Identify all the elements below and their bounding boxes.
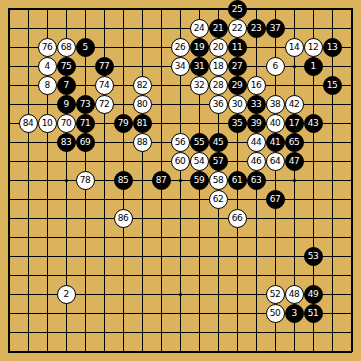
- stone-move-number: 15: [327, 81, 337, 90]
- stone-move-number: 85: [118, 176, 128, 185]
- black-stone-61[interactable]: 61: [228, 171, 247, 190]
- stone-move-number: 34: [175, 62, 185, 71]
- black-stone-75[interactable]: 75: [57, 57, 76, 76]
- white-stone-36[interactable]: 36: [209, 95, 228, 114]
- star-point-dot: [179, 179, 182, 182]
- star-point-dot: [179, 293, 182, 296]
- stone-move-number: 69: [80, 138, 90, 147]
- stone-move-number: 37: [270, 24, 280, 33]
- stone-move-number: 27: [232, 62, 242, 71]
- black-stone-9[interactable]: 9: [57, 95, 76, 114]
- white-stone-70[interactable]: 70: [57, 114, 76, 133]
- white-stone-50[interactable]: 50: [266, 304, 285, 323]
- black-stone-55[interactable]: 55: [190, 133, 209, 152]
- white-stone-78[interactable]: 78: [76, 171, 95, 190]
- black-stone-1[interactable]: 1: [304, 57, 323, 76]
- stone-move-number: 50: [270, 309, 280, 318]
- black-stone-7[interactable]: 7: [57, 76, 76, 95]
- white-stone-38[interactable]: 38: [266, 95, 285, 114]
- white-stone-6[interactable]: 6: [266, 57, 285, 76]
- white-stone-56[interactable]: 56: [171, 133, 190, 152]
- black-stone-57[interactable]: 57: [209, 152, 228, 171]
- stone-move-number: 41: [270, 138, 280, 147]
- stone-move-number: 49: [308, 290, 318, 299]
- stone-move-number: 26: [175, 43, 185, 52]
- black-stone-39[interactable]: 39: [247, 114, 266, 133]
- black-stone-77[interactable]: 77: [95, 57, 114, 76]
- star-point-dot: [65, 179, 68, 182]
- black-stone-67[interactable]: 67: [266, 190, 285, 209]
- black-stone-51[interactable]: 51: [304, 304, 323, 323]
- stone-move-number: 2: [63, 290, 68, 299]
- black-stone-47[interactable]: 47: [285, 152, 304, 171]
- white-stone-80[interactable]: 80: [133, 95, 152, 114]
- star-point-dot: [293, 65, 296, 68]
- black-stone-59[interactable]: 59: [190, 171, 209, 190]
- stone-move-number: 75: [61, 62, 71, 71]
- black-stone-85[interactable]: 85: [114, 171, 133, 190]
- stone-move-number: 80: [137, 100, 147, 109]
- star-point: [171, 171, 190, 190]
- stone-move-number: 74: [99, 81, 109, 90]
- stone-move-number: 14: [289, 43, 299, 52]
- white-stone-68[interactable]: 68: [57, 38, 76, 57]
- white-stone-48[interactable]: 48: [285, 285, 304, 304]
- black-stone-15[interactable]: 15: [323, 76, 342, 95]
- black-stone-53[interactable]: 53: [304, 247, 323, 266]
- stone-move-number: 56: [175, 138, 185, 147]
- black-stone-27[interactable]: 27: [228, 57, 247, 76]
- white-stone-58[interactable]: 58: [209, 171, 228, 190]
- black-stone-41[interactable]: 41: [266, 133, 285, 152]
- black-stone-45[interactable]: 45: [209, 133, 228, 152]
- black-stone-33[interactable]: 33: [247, 95, 266, 114]
- black-stone-83[interactable]: 83: [57, 133, 76, 152]
- black-stone-43[interactable]: 43: [304, 114, 323, 133]
- star-point-dot: [293, 179, 296, 182]
- stone-move-number: 33: [251, 100, 261, 109]
- black-stone-87[interactable]: 87: [152, 171, 171, 190]
- white-stone-42[interactable]: 42: [285, 95, 304, 114]
- stone-move-number: 13: [327, 43, 337, 52]
- stone-move-number: 76: [42, 43, 52, 52]
- stone-move-number: 17: [289, 119, 299, 128]
- black-stone-81[interactable]: 81: [133, 114, 152, 133]
- stone-move-number: 77: [99, 62, 109, 71]
- stone-move-number: 64: [270, 157, 280, 166]
- stone-move-number: 88: [137, 138, 147, 147]
- stone-move-number: 24: [194, 24, 204, 33]
- stone-move-number: 60: [175, 157, 185, 166]
- stone-move-number: 25: [232, 5, 242, 14]
- stone-move-number: 39: [251, 119, 261, 128]
- stone-move-number: 44: [251, 138, 261, 147]
- white-stone-32[interactable]: 32: [190, 76, 209, 95]
- white-stone-76[interactable]: 76: [38, 38, 57, 57]
- stone-move-number: 40: [270, 119, 280, 128]
- black-stone-65[interactable]: 65: [285, 133, 304, 152]
- stone-move-number: 70: [61, 119, 71, 128]
- white-stone-20[interactable]: 20: [209, 38, 228, 57]
- white-stone-10[interactable]: 10: [38, 114, 57, 133]
- white-stone-86[interactable]: 86: [114, 209, 133, 228]
- white-stone-28[interactable]: 28: [209, 76, 228, 95]
- stone-move-number: 63: [251, 176, 261, 185]
- go-board[interactable]: 1234567891011121314151617181920212223242…: [0, 0, 361, 361]
- stone-move-number: 19: [194, 43, 204, 52]
- stone-move-number: 31: [194, 62, 204, 71]
- stone-move-number: 38: [270, 100, 280, 109]
- black-stone-69[interactable]: 69: [76, 133, 95, 152]
- white-stone-44[interactable]: 44: [247, 133, 266, 152]
- stone-move-number: 79: [118, 119, 128, 128]
- stone-move-number: 58: [213, 176, 223, 185]
- stone-move-number: 71: [80, 119, 90, 128]
- stone-move-number: 78: [80, 176, 90, 185]
- stone-move-number: 52: [270, 290, 280, 299]
- white-stone-64[interactable]: 64: [266, 152, 285, 171]
- white-stone-14[interactable]: 14: [285, 38, 304, 57]
- black-stone-17[interactable]: 17: [285, 114, 304, 133]
- white-stone-52[interactable]: 52: [266, 285, 285, 304]
- black-stone-19[interactable]: 19: [190, 38, 209, 57]
- star-point: [285, 171, 304, 190]
- black-stone-31[interactable]: 31: [190, 57, 209, 76]
- star-point: [57, 171, 76, 190]
- stone-move-number: 48: [289, 290, 299, 299]
- black-stone-37[interactable]: 37: [266, 19, 285, 38]
- stone-move-number: 61: [232, 176, 242, 185]
- white-stone-24[interactable]: 24: [190, 19, 209, 38]
- black-stone-49[interactable]: 49: [304, 285, 323, 304]
- stone-move-number: 43: [308, 119, 318, 128]
- stone-move-number: 55: [194, 138, 204, 147]
- stone-move-number: 59: [194, 176, 204, 185]
- stone-move-number: 68: [61, 43, 71, 52]
- star-point: [171, 285, 190, 304]
- white-stone-26[interactable]: 26: [171, 38, 190, 57]
- stone-move-number: 73: [80, 100, 90, 109]
- stone-move-number: 16: [251, 81, 261, 90]
- white-stone-30[interactable]: 30: [228, 95, 247, 114]
- black-stone-21[interactable]: 21: [209, 19, 228, 38]
- stone-move-number: 81: [137, 119, 147, 128]
- stone-move-number: 84: [23, 119, 33, 128]
- stone-move-number: 57: [213, 157, 223, 166]
- white-stone-18[interactable]: 18: [209, 57, 228, 76]
- white-stone-12[interactable]: 12: [304, 38, 323, 57]
- stone-move-number: 65: [289, 138, 299, 147]
- stone-move-number: 6: [272, 62, 277, 71]
- stone-move-number: 29: [232, 81, 242, 90]
- white-stone-82[interactable]: 82: [133, 76, 152, 95]
- black-stone-23[interactable]: 23: [247, 19, 266, 38]
- stone-move-number: 82: [137, 81, 147, 90]
- stone-move-number: 54: [194, 157, 204, 166]
- stone-move-number: 3: [291, 309, 296, 318]
- stone-move-number: 42: [289, 100, 299, 109]
- white-stone-2[interactable]: 2: [57, 285, 76, 304]
- stone-move-number: 66: [232, 214, 242, 223]
- stone-move-number: 10: [42, 119, 52, 128]
- stone-move-number: 18: [213, 62, 223, 71]
- stone-move-number: 30: [232, 100, 242, 109]
- black-stone-13[interactable]: 13: [323, 38, 342, 57]
- white-stone-62[interactable]: 62: [209, 190, 228, 209]
- white-stone-34[interactable]: 34: [171, 57, 190, 76]
- white-stone-72[interactable]: 72: [95, 95, 114, 114]
- white-stone-22[interactable]: 22: [228, 19, 247, 38]
- black-stone-5[interactable]: 5: [76, 38, 95, 57]
- stone-move-number: 11: [232, 43, 242, 52]
- stone-move-number: 23: [251, 24, 261, 33]
- white-stone-4[interactable]: 4: [38, 57, 57, 76]
- stone-move-number: 83: [61, 138, 71, 147]
- black-stone-71[interactable]: 71: [76, 114, 95, 133]
- stone-move-number: 5: [82, 43, 87, 52]
- stone-move-number: 7: [63, 81, 68, 90]
- stone-move-number: 51: [308, 309, 318, 318]
- stone-move-number: 22: [232, 24, 242, 33]
- white-stone-84[interactable]: 84: [19, 114, 38, 133]
- black-stone-63[interactable]: 63: [247, 171, 266, 190]
- stone-move-number: 87: [156, 176, 166, 185]
- white-stone-66[interactable]: 66: [228, 209, 247, 228]
- stone-move-number: 28: [213, 81, 223, 90]
- stone-move-number: 46: [251, 157, 261, 166]
- stone-move-number: 53: [308, 252, 318, 261]
- stone-move-number: 72: [99, 100, 109, 109]
- black-stone-35[interactable]: 35: [228, 114, 247, 133]
- stone-move-number: 32: [194, 81, 204, 90]
- white-stone-40[interactable]: 40: [266, 114, 285, 133]
- stone-move-number: 4: [44, 62, 49, 71]
- stone-move-number: 12: [308, 43, 318, 52]
- stone-move-number: 35: [232, 119, 242, 128]
- stone-move-number: 86: [118, 214, 128, 223]
- stone-move-number: 21: [213, 24, 223, 33]
- white-stone-54[interactable]: 54: [190, 152, 209, 171]
- stone-move-number: 20: [213, 43, 223, 52]
- stone-move-number: 8: [44, 81, 49, 90]
- white-stone-88[interactable]: 88: [133, 133, 152, 152]
- black-stone-3[interactable]: 3: [285, 304, 304, 323]
- white-stone-74[interactable]: 74: [95, 76, 114, 95]
- stone-move-number: 47: [289, 157, 299, 166]
- stone-move-number: 9: [63, 100, 68, 109]
- stone-move-number: 67: [270, 195, 280, 204]
- white-stone-60[interactable]: 60: [171, 152, 190, 171]
- stone-move-number: 62: [213, 195, 223, 204]
- stone-move-number: 45: [213, 138, 223, 147]
- black-stone-73[interactable]: 73: [76, 95, 95, 114]
- stone-move-number: 36: [213, 100, 223, 109]
- black-stone-11[interactable]: 11: [228, 38, 247, 57]
- board-grid: 1234567891011121314151617181920212223242…: [0, 0, 361, 361]
- black-stone-79[interactable]: 79: [114, 114, 133, 133]
- black-stone-29[interactable]: 29: [228, 76, 247, 95]
- stone-move-number: 1: [310, 62, 315, 71]
- white-stone-16[interactable]: 16: [247, 76, 266, 95]
- white-stone-8[interactable]: 8: [38, 76, 57, 95]
- white-stone-46[interactable]: 46: [247, 152, 266, 171]
- black-stone-25[interactable]: 25: [228, 0, 247, 19]
- star-point: [285, 57, 304, 76]
